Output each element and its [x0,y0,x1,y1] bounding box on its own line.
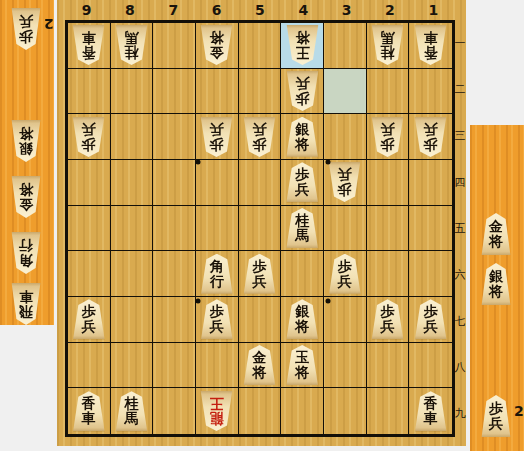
square-3七[interactable] [324,297,367,343]
koma-歩兵-5三[interactable]: 歩兵 [242,117,277,157]
rank-labels: 一二三四五六七八九 [454,20,466,437]
koma-歩兵-6七[interactable]: 歩兵 [199,299,234,339]
square-8八[interactable] [111,343,154,389]
square-9一[interactable]: 香車 [68,23,111,69]
rank-label-五: 五 [454,205,466,251]
square-3九[interactable] [324,388,367,434]
koma-歩兵-2三[interactable]: 歩兵 [370,117,405,157]
square-4九[interactable] [281,388,324,434]
file-label-5: 5 [238,0,281,20]
square-4四[interactable]: 歩兵 [281,160,324,206]
rank-label-八: 八 [454,344,466,390]
square-7三[interactable] [153,114,196,160]
square-8七[interactable] [111,297,154,343]
square-1九[interactable]: 香車 [409,388,452,434]
square-4八[interactable]: 玉将 [281,343,324,389]
sente-komadai: 金将銀将歩兵2 [470,125,524,451]
square-9九[interactable]: 香車 [68,388,111,434]
square-9二[interactable] [68,69,111,115]
square-6二[interactable] [196,69,239,115]
koma-金将-hand[interactable]: 金将 [480,213,512,255]
square-7一[interactable] [153,23,196,69]
rank-label-二: 二 [454,66,466,112]
square-3五[interactable] [324,206,367,252]
square-4二[interactable]: 歩兵 [281,69,324,115]
square-5五[interactable] [239,206,282,252]
square-1五[interactable] [409,206,452,252]
square-5八[interactable]: 金将 [239,343,282,389]
square-4一[interactable]: 王将 [281,23,324,69]
hand-piece-角行[interactable]: 角行 [10,232,42,274]
square-1八[interactable] [409,343,452,389]
koma-香車-1九[interactable]: 香車 [413,391,448,431]
file-label-2: 2 [368,0,411,20]
koma-歩兵-hand[interactable]: 歩兵 [480,395,512,437]
square-1七[interactable]: 歩兵 [409,297,452,343]
square-2七[interactable]: 歩兵 [367,297,410,343]
square-7二[interactable] [153,69,196,115]
rank-label-一: 一 [454,20,466,66]
square-2八[interactable] [367,343,410,389]
koma-玉将-4八[interactable]: 玉将 [285,345,320,385]
file-label-3: 3 [325,0,368,20]
square-7四[interactable] [153,160,196,206]
koma-歩兵-3六[interactable]: 歩兵 [327,254,362,294]
koma-桂馬-4五[interactable]: 桂馬 [285,208,320,248]
square-6六[interactable]: 角行 [196,251,239,297]
square-4三[interactable]: 銀将 [281,114,324,160]
square-8五[interactable] [111,206,154,252]
koma-歩兵-3四[interactable]: 歩兵 [327,162,362,202]
file-label-4: 4 [282,0,325,20]
square-1四[interactable] [409,160,452,206]
square-5六[interactable]: 歩兵 [239,251,282,297]
square-5九[interactable] [239,388,282,434]
square-3三[interactable] [324,114,367,160]
square-7六[interactable] [153,251,196,297]
koma-銀将-hand[interactable]: 銀将 [480,263,512,305]
square-3八[interactable] [324,343,367,389]
square-6七[interactable]: 歩兵 [196,297,239,343]
hand-piece-銀将[interactable]: 銀将 [480,263,512,305]
rank-label-四: 四 [454,159,466,205]
koma-銀将-4七[interactable]: 銀将 [285,299,320,339]
square-9四[interactable] [68,160,111,206]
square-6五[interactable] [196,206,239,252]
rank-label-七: 七 [454,298,466,344]
hand-piece-金将[interactable]: 金将 [480,213,512,255]
koma-歩兵-2七[interactable]: 歩兵 [370,299,405,339]
square-8二[interactable] [111,69,154,115]
file-labels: 987654321 [65,0,455,20]
gote-komadai: 歩兵2銀将金将角行飛車 [0,0,54,325]
square-4六[interactable] [281,251,324,297]
square-4七[interactable]: 銀将 [281,297,324,343]
square-6一[interactable]: 金将 [196,23,239,69]
square-5二[interactable] [239,69,282,115]
square-5四[interactable] [239,160,282,206]
file-label-8: 8 [108,0,151,20]
square-9六[interactable] [68,251,111,297]
koma-桂馬-2一[interactable]: 桂馬 [370,25,405,65]
koma-桂馬-8一[interactable]: 桂馬 [114,25,149,65]
square-3二[interactable] [324,69,367,115]
square-2二[interactable] [367,69,410,115]
shogi-board: 987654321 一二三四五六七八九 香車桂馬金将王将桂馬香車歩兵歩兵歩兵歩兵… [57,0,466,446]
star-point [196,299,201,304]
square-9三[interactable]: 歩兵 [68,114,111,160]
koma-王将-4一[interactable]: 王将 [285,25,320,65]
square-4五[interactable]: 桂馬 [281,206,324,252]
square-3一[interactable] [324,23,367,69]
rank-label-六: 六 [454,252,466,298]
hand-piece-歩兵[interactable]: 歩兵 [480,395,512,437]
square-8一[interactable]: 桂馬 [111,23,154,69]
square-1六[interactable] [409,251,452,297]
koma-香車-1一[interactable]: 香車 [413,25,448,65]
hand-piece-飛車[interactable]: 飛車 [10,283,42,325]
square-2九[interactable] [367,388,410,434]
square-1二[interactable] [409,69,452,115]
koma-金将-6一[interactable]: 金将 [199,25,234,65]
koma-歩兵-4二[interactable]: 歩兵 [285,71,320,111]
koma-角行-6六[interactable]: 角行 [199,254,234,294]
koma-歩兵-6三[interactable]: 歩兵 [199,117,234,157]
square-3六[interactable]: 歩兵 [324,251,367,297]
square-5一[interactable] [239,23,282,69]
file-label-7: 7 [152,0,195,20]
square-1三[interactable]: 歩兵 [409,114,452,160]
koma-香車-9九[interactable]: 香車 [71,391,106,431]
square-8六[interactable] [111,251,154,297]
koma-金将-5八[interactable]: 金将 [242,345,277,385]
koma-角行-hand[interactable]: 角行 [10,232,42,274]
koma-飛車-hand[interactable]: 飛車 [10,283,42,325]
hand-piece-銀将[interactable]: 銀将 [10,120,42,162]
square-9八[interactable] [68,343,111,389]
koma-歩兵-9三[interactable]: 歩兵 [71,117,106,157]
square-6四[interactable] [196,160,239,206]
square-5三[interactable]: 歩兵 [239,114,282,160]
square-2三[interactable]: 歩兵 [367,114,410,160]
square-3四[interactable]: 歩兵 [324,160,367,206]
square-2五[interactable] [367,206,410,252]
koma-銀将-4三[interactable]: 銀将 [285,117,320,157]
square-6三[interactable]: 歩兵 [196,114,239,160]
square-6九[interactable]: 龍王 [196,388,239,434]
koma-龍王-6九[interactable]: 龍王 [199,391,234,431]
square-1一[interactable]: 香車 [409,23,452,69]
file-label-9: 9 [65,0,108,20]
square-7八[interactable] [153,343,196,389]
koma-香車-9一[interactable]: 香車 [71,25,106,65]
square-2六[interactable] [367,251,410,297]
koma-歩兵-5六[interactable]: 歩兵 [242,254,277,294]
file-label-1: 1 [412,0,455,20]
hand-piece-金将[interactable]: 金将 [10,176,42,218]
koma-金将-hand[interactable]: 金将 [10,176,42,218]
hand-count: 2 [44,16,54,32]
square-7五[interactable] [153,206,196,252]
square-8九[interactable]: 桂馬 [111,388,154,434]
square-9七[interactable]: 歩兵 [68,297,111,343]
square-7九[interactable] [153,388,196,434]
koma-桂馬-8九[interactable]: 桂馬 [114,391,149,431]
rank-label-九: 九 [454,391,466,437]
board-grid: 香車桂馬金将王将桂馬香車歩兵歩兵歩兵歩兵銀将歩兵歩兵歩兵歩兵桂馬角行歩兵歩兵歩兵… [65,20,455,437]
star-point [326,299,331,304]
koma-歩兵-4四[interactable]: 歩兵 [285,162,320,202]
square-8三[interactable] [111,114,154,160]
square-2四[interactable] [367,160,410,206]
square-5七[interactable] [239,297,282,343]
koma-歩兵-9七[interactable]: 歩兵 [71,299,106,339]
star-point [196,160,201,165]
file-label-6: 6 [195,0,238,20]
koma-銀将-hand[interactable]: 銀将 [10,120,42,162]
koma-歩兵-1三[interactable]: 歩兵 [413,117,448,157]
koma-歩兵-hand[interactable]: 歩兵 [10,8,42,50]
square-6八[interactable] [196,343,239,389]
square-8四[interactable] [111,160,154,206]
hand-count: 2 [514,403,524,419]
square-9五[interactable] [68,206,111,252]
star-point [326,160,331,165]
square-7七[interactable] [153,297,196,343]
square-2一[interactable]: 桂馬 [367,23,410,69]
hand-piece-歩兵[interactable]: 歩兵 [10,8,42,50]
koma-歩兵-1七[interactable]: 歩兵 [413,299,448,339]
rank-label-三: 三 [454,113,466,159]
